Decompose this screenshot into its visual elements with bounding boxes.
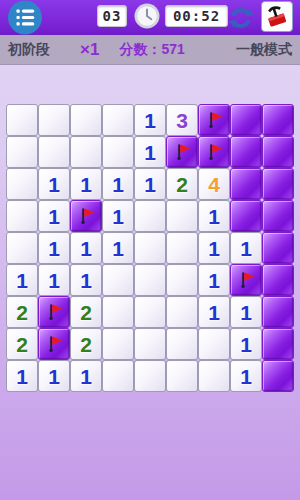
score-label: 分数： — [119, 41, 161, 57]
timer-display: 00:52 — [165, 5, 228, 27]
cell-r7c4[interactable] — [134, 328, 166, 360]
cell-r0c1[interactable] — [38, 104, 70, 136]
cell-r0c6[interactable] — [198, 104, 230, 136]
cell-r8c1[interactable]: 1 — [38, 360, 70, 392]
cell-r3c8[interactable] — [262, 200, 294, 232]
status-bar: 初阶段 ×1 分数：571 一般模式 — [0, 35, 300, 65]
cell-r6c7[interactable]: 1 — [230, 296, 262, 328]
cell-r6c6[interactable]: 1 — [198, 296, 230, 328]
cell-r1c0[interactable] — [6, 136, 38, 168]
cell-r7c2[interactable]: 2 — [70, 328, 102, 360]
cell-r6c0[interactable]: 2 — [6, 296, 38, 328]
cell-r7c0[interactable]: 2 — [6, 328, 38, 360]
refresh-button[interactable] — [227, 4, 255, 32]
score-display: 分数：571 — [119, 41, 184, 59]
cell-r3c0[interactable] — [6, 200, 38, 232]
mine-counter: 03 — [97, 5, 127, 27]
cell-r7c8[interactable] — [262, 328, 294, 360]
cell-r4c3[interactable]: 1 — [102, 232, 134, 264]
score-multiplier: ×1 — [80, 40, 99, 60]
cell-r5c3[interactable] — [102, 264, 134, 296]
refresh-icon — [227, 18, 255, 35]
score-value: 571 — [161, 41, 184, 57]
cell-r3c5[interactable] — [166, 200, 198, 232]
mode-label: 一般模式 — [236, 41, 292, 59]
flag-icon — [203, 141, 225, 163]
cell-r4c7[interactable]: 1 — [230, 232, 262, 264]
flag-icon — [43, 301, 65, 323]
mine-counter-value: 03 — [103, 8, 122, 24]
flag-icon — [203, 109, 225, 131]
menu-button[interactable] — [8, 0, 42, 35]
cell-r0c7[interactable] — [230, 104, 262, 136]
cell-r5c1[interactable]: 1 — [38, 264, 70, 296]
cell-r1c2[interactable] — [70, 136, 102, 168]
flag-icon — [75, 205, 97, 227]
timer-value: 00:52 — [173, 8, 220, 24]
cell-r0c3[interactable] — [102, 104, 134, 136]
cell-r2c0[interactable] — [6, 168, 38, 200]
cell-r3c1[interactable]: 1 — [38, 200, 70, 232]
cell-r3c3[interactable]: 1 — [102, 200, 134, 232]
cell-r2c7[interactable] — [230, 168, 262, 200]
cell-r8c4[interactable] — [134, 360, 166, 392]
clock-icon — [134, 3, 160, 29]
cell-r5c5[interactable] — [166, 264, 198, 296]
cell-r4c4[interactable] — [134, 232, 166, 264]
cell-r5c7[interactable] — [230, 264, 262, 296]
cell-r1c5[interactable] — [166, 136, 198, 168]
cell-r3c7[interactable] — [230, 200, 262, 232]
flag-icon — [43, 333, 65, 355]
cell-r1c7[interactable] — [230, 136, 262, 168]
cell-r7c7[interactable]: 1 — [230, 328, 262, 360]
cell-r2c5[interactable]: 2 — [166, 168, 198, 200]
cell-r1c4[interactable]: 1 — [134, 136, 166, 168]
cell-r3c6[interactable]: 1 — [198, 200, 230, 232]
cell-r4c8[interactable] — [262, 232, 294, 264]
cell-r8c8[interactable] — [262, 360, 294, 392]
cell-r2c4[interactable]: 1 — [134, 168, 166, 200]
cell-r3c4[interactable] — [134, 200, 166, 232]
cell-r8c6[interactable] — [198, 360, 230, 392]
cell-r1c1[interactable] — [38, 136, 70, 168]
cell-r4c5[interactable] — [166, 232, 198, 264]
cell-r7c3[interactable] — [102, 328, 134, 360]
cell-r6c1[interactable] — [38, 296, 70, 328]
cell-r5c0[interactable]: 1 — [6, 264, 38, 296]
cell-r0c4[interactable]: 1 — [134, 104, 166, 136]
cell-r0c2[interactable] — [70, 104, 102, 136]
cell-r6c3[interactable] — [102, 296, 134, 328]
cell-r8c7[interactable]: 1 — [230, 360, 262, 392]
cell-r7c1[interactable] — [38, 328, 70, 360]
cell-r2c3[interactable]: 1 — [102, 168, 134, 200]
cell-r4c6[interactable]: 1 — [198, 232, 230, 264]
cell-r7c6[interactable] — [198, 328, 230, 360]
cell-r0c5[interactable]: 3 — [166, 104, 198, 136]
cell-r4c0[interactable] — [6, 232, 38, 264]
cell-r0c8[interactable] — [262, 104, 294, 136]
board-grid: 13111112411111111111122112211111 — [6, 104, 294, 392]
cell-r4c1[interactable]: 1 — [38, 232, 70, 264]
cell-r6c4[interactable] — [134, 296, 166, 328]
cell-r8c5[interactable] — [166, 360, 198, 392]
cell-r1c8[interactable] — [262, 136, 294, 168]
cell-r5c4[interactable] — [134, 264, 166, 296]
top-bar: 03 00:52 — [0, 0, 300, 35]
cell-r3c2[interactable] — [70, 200, 102, 232]
cell-r5c2[interactable]: 1 — [70, 264, 102, 296]
detonator-button[interactable] — [261, 1, 293, 32]
cell-r6c8[interactable] — [262, 296, 294, 328]
cell-r0c0[interactable] — [6, 104, 38, 136]
flag-icon — [235, 269, 257, 291]
minesweeper-app: 03 00:52 — [0, 0, 300, 500]
cell-r4c2[interactable]: 1 — [70, 232, 102, 264]
flag-icon — [171, 141, 193, 163]
cell-r6c2[interactable]: 2 — [70, 296, 102, 328]
cell-r5c8[interactable] — [262, 264, 294, 296]
cell-r2c2[interactable]: 1 — [70, 168, 102, 200]
detonator-icon — [264, 2, 290, 32]
difficulty-label: 初阶段 — [8, 41, 50, 59]
cell-r1c3[interactable] — [102, 136, 134, 168]
cell-r2c6[interactable]: 4 — [198, 168, 230, 200]
cell-r7c5[interactable] — [166, 328, 198, 360]
cell-r5c6[interactable]: 1 — [198, 264, 230, 296]
cell-r1c6[interactable] — [198, 136, 230, 168]
cell-r6c5[interactable] — [166, 296, 198, 328]
cell-r2c1[interactable]: 1 — [38, 168, 70, 200]
cell-r8c0[interactable]: 1 — [6, 360, 38, 392]
cell-r2c8[interactable] — [262, 168, 294, 200]
cell-r8c2[interactable]: 1 — [70, 360, 102, 392]
cell-r8c3[interactable] — [102, 360, 134, 392]
